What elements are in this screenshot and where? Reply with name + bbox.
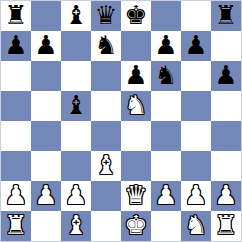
square-e6[interactable]: ♟ <box>121 61 151 91</box>
white-pawn-piece[interactable]: ♟ <box>34 182 57 208</box>
square-c4[interactable] <box>61 121 91 151</box>
white-king-piece[interactable]: ♚ <box>124 212 147 238</box>
white-pawn-piece[interactable]: ♟ <box>64 182 87 208</box>
square-d1[interactable] <box>91 211 121 241</box>
white-bishop-piece[interactable]: ♝ <box>64 212 87 238</box>
square-c3[interactable] <box>61 151 91 181</box>
square-e4[interactable] <box>121 121 151 151</box>
white-pawn-piece[interactable]: ♟ <box>214 182 237 208</box>
square-b6[interactable] <box>31 61 61 91</box>
square-a5[interactable] <box>1 91 31 121</box>
square-h5[interactable] <box>211 91 241 121</box>
square-e2[interactable]: ♛ <box>121 181 151 211</box>
square-d8[interactable]: ♛ <box>91 1 121 31</box>
square-g8[interactable] <box>181 1 211 31</box>
square-a8[interactable]: ♜ <box>1 1 31 31</box>
square-d7[interactable]: ♞ <box>91 31 121 61</box>
square-f2[interactable]: ♟ <box>151 181 181 211</box>
square-h7[interactable] <box>211 31 241 61</box>
black-bishop-piece[interactable]: ♝ <box>64 92 87 118</box>
black-knight-piece[interactable]: ♞ <box>154 62 177 88</box>
square-e1[interactable]: ♚ <box>121 211 151 241</box>
square-f4[interactable] <box>151 121 181 151</box>
square-h8[interactable]: ♜ <box>211 1 241 31</box>
square-e8[interactable]: ♚ <box>121 1 151 31</box>
square-b3[interactable] <box>31 151 61 181</box>
square-e7[interactable] <box>121 31 151 61</box>
square-h6[interactable]: ♟ <box>211 61 241 91</box>
black-rook-piece[interactable]: ♜ <box>4 2 27 28</box>
square-f7[interactable]: ♟ <box>151 31 181 61</box>
square-f3[interactable] <box>151 151 181 181</box>
square-b1[interactable] <box>31 211 61 241</box>
black-pawn-piece[interactable]: ♟ <box>184 32 207 58</box>
square-a6[interactable] <box>1 61 31 91</box>
white-rook-piece[interactable]: ♜ <box>214 212 237 238</box>
square-c2[interactable]: ♟ <box>61 181 91 211</box>
square-e3[interactable] <box>121 151 151 181</box>
square-a1[interactable]: ♜ <box>1 211 31 241</box>
black-pawn-piece[interactable]: ♟ <box>214 62 237 88</box>
square-d4[interactable] <box>91 121 121 151</box>
square-g2[interactable]: ♟ <box>181 181 211 211</box>
black-queen-piece[interactable]: ♛ <box>94 2 117 28</box>
black-pawn-piece[interactable]: ♟ <box>154 32 177 58</box>
square-a4[interactable] <box>1 121 31 151</box>
white-rook-piece[interactable]: ♜ <box>4 212 27 238</box>
square-b2[interactable]: ♟ <box>31 181 61 211</box>
square-h4[interactable] <box>211 121 241 151</box>
black-knight-piece[interactable]: ♞ <box>94 32 117 58</box>
black-bishop-piece[interactable]: ♝ <box>64 2 87 28</box>
chess-board: ♜♝♛♚♜♟♟♞♟♟♟♞♟♝♞♝♟♟♟♛♟♟♟♜♝♚♞♜ <box>0 0 242 242</box>
square-c6[interactable] <box>61 61 91 91</box>
square-f1[interactable] <box>151 211 181 241</box>
square-h3[interactable] <box>211 151 241 181</box>
square-b4[interactable] <box>31 121 61 151</box>
white-bishop-piece[interactable]: ♝ <box>94 152 117 178</box>
black-pawn-piece[interactable]: ♟ <box>34 32 57 58</box>
square-f6[interactable]: ♞ <box>151 61 181 91</box>
square-f5[interactable] <box>151 91 181 121</box>
white-knight-piece[interactable]: ♞ <box>184 212 207 238</box>
square-d2[interactable] <box>91 181 121 211</box>
square-c7[interactable] <box>61 31 91 61</box>
square-e5[interactable]: ♞ <box>121 91 151 121</box>
square-a3[interactable] <box>1 151 31 181</box>
square-g5[interactable] <box>181 91 211 121</box>
square-d6[interactable] <box>91 61 121 91</box>
square-h1[interactable]: ♜ <box>211 211 241 241</box>
square-h2[interactable]: ♟ <box>211 181 241 211</box>
square-c5[interactable]: ♝ <box>61 91 91 121</box>
square-a2[interactable]: ♟ <box>1 181 31 211</box>
white-pawn-piece[interactable]: ♟ <box>184 182 207 208</box>
white-pawn-piece[interactable]: ♟ <box>4 182 27 208</box>
square-g1[interactable]: ♞ <box>181 211 211 241</box>
square-d3[interactable]: ♝ <box>91 151 121 181</box>
square-b7[interactable]: ♟ <box>31 31 61 61</box>
black-pawn-piece[interactable]: ♟ <box>124 62 147 88</box>
black-king-piece[interactable]: ♚ <box>124 2 147 28</box>
square-b5[interactable] <box>31 91 61 121</box>
square-c8[interactable]: ♝ <box>61 1 91 31</box>
white-knight-piece[interactable]: ♞ <box>124 92 147 118</box>
square-a7[interactable]: ♟ <box>1 31 31 61</box>
square-d5[interactable] <box>91 91 121 121</box>
white-queen-piece[interactable]: ♛ <box>124 182 147 208</box>
square-g7[interactable]: ♟ <box>181 31 211 61</box>
square-g3[interactable] <box>181 151 211 181</box>
square-g4[interactable] <box>181 121 211 151</box>
square-b8[interactable] <box>31 1 61 31</box>
square-f8[interactable] <box>151 1 181 31</box>
black-pawn-piece[interactable]: ♟ <box>4 32 27 58</box>
square-c1[interactable]: ♝ <box>61 211 91 241</box>
square-g6[interactable] <box>181 61 211 91</box>
white-pawn-piece[interactable]: ♟ <box>154 182 177 208</box>
black-rook-piece[interactable]: ♜ <box>214 2 237 28</box>
